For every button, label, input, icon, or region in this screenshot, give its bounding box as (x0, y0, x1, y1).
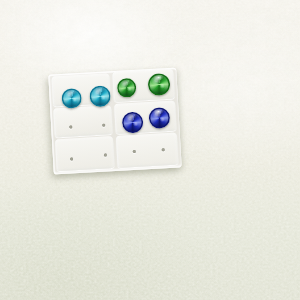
card-slot-r2c1 (53, 105, 113, 137)
earring-display-card (48, 68, 181, 175)
card-slot-r3c2 (116, 133, 179, 168)
post-hole-r3c1-3 (104, 153, 107, 156)
photo-earring-card-on-towel: Overhead photo of crystal stud earrings … (0, 0, 300, 300)
blue-stud-1 (121, 111, 143, 133)
aqua-stud-2 (89, 85, 111, 107)
post-hole-r3c1-2 (70, 157, 73, 160)
post-hole-r3c2-5 (161, 148, 164, 151)
post-hole-r3c2-4 (132, 149, 135, 152)
